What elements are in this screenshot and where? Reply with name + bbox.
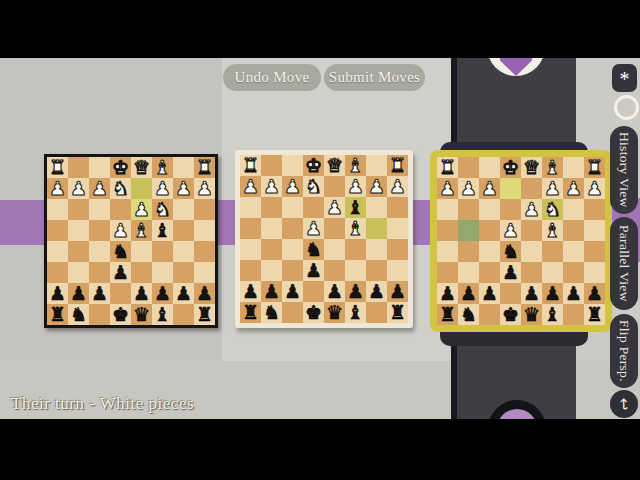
chess-piece-black: ♝ xyxy=(154,220,171,241)
chess-piece-white: ♟ xyxy=(347,176,364,197)
board-square[interactable] xyxy=(240,218,261,239)
board-square[interactable] xyxy=(324,176,345,197)
chess-piece-white: ♜ xyxy=(389,155,406,176)
board-square[interactable] xyxy=(261,155,282,176)
board-square[interactable] xyxy=(563,157,584,178)
board-square[interactable]: ♝ xyxy=(345,155,366,176)
board-square[interactable]: ♛ xyxy=(131,304,152,325)
chess-piece-white: ♟ xyxy=(544,178,561,199)
chess-piece-black: ♞ xyxy=(112,241,129,262)
parallel-view-button[interactable]: Parallel View xyxy=(610,217,638,310)
board-square[interactable]: ♝ xyxy=(131,220,152,241)
chess-piece-black: ♟ xyxy=(305,260,322,281)
board-square[interactable] xyxy=(47,262,68,283)
board-square[interactable] xyxy=(584,262,605,283)
board-square[interactable]: ♜ xyxy=(584,304,605,325)
chess-piece-white: ♝ xyxy=(347,155,364,176)
board-square[interactable] xyxy=(131,241,152,262)
chess-piece-black: ♟ xyxy=(389,281,406,302)
board-square[interactable] xyxy=(282,197,303,218)
board-square[interactable]: ♟ xyxy=(387,281,408,302)
board-square[interactable] xyxy=(479,262,500,283)
chess-piece-black: ♟ xyxy=(70,283,87,304)
board-square[interactable]: ♟ xyxy=(261,281,282,302)
chess-piece-white: ♞ xyxy=(544,199,561,220)
chess-piece-white: ♟ xyxy=(112,220,129,241)
board-square[interactable] xyxy=(173,157,194,178)
board-square[interactable] xyxy=(563,304,584,325)
chess-piece-black: ♟ xyxy=(112,262,129,283)
chess-piece-black: ♞ xyxy=(305,239,322,260)
board-square[interactable] xyxy=(584,241,605,262)
board-square[interactable]: ♛ xyxy=(131,157,152,178)
board-square[interactable]: ♞ xyxy=(458,304,479,325)
board-square[interactable]: ♝ xyxy=(542,304,563,325)
board-square[interactable]: ♞ xyxy=(542,199,563,220)
chess-piece-black: ♟ xyxy=(439,283,456,304)
board-square[interactable] xyxy=(500,283,521,304)
chess-piece-white: ♜ xyxy=(242,155,259,176)
board-square[interactable]: ♟ xyxy=(542,283,563,304)
chess-piece-white: ♟ xyxy=(305,218,322,239)
board-square[interactable]: ♟ xyxy=(282,176,303,197)
board-square[interactable]: ♟ xyxy=(458,178,479,199)
chess-piece-black: ♟ xyxy=(544,283,561,304)
board-square[interactable] xyxy=(387,239,408,260)
board-square[interactable] xyxy=(240,260,261,281)
board-square[interactable] xyxy=(479,304,500,325)
board-square[interactable]: ♚ xyxy=(500,157,521,178)
board-square[interactable]: ♛ xyxy=(324,155,345,176)
board-square[interactable]: ♟ xyxy=(563,283,584,304)
chess-piece-white: ♟ xyxy=(523,199,540,220)
chess-piece-white: ♟ xyxy=(326,197,343,218)
board-square[interactable] xyxy=(479,241,500,262)
board-square[interactable] xyxy=(194,220,215,241)
board-square[interactable] xyxy=(458,220,479,241)
chess-piece-black: ♛ xyxy=(523,304,540,325)
board-square[interactable] xyxy=(261,239,282,260)
board-square[interactable] xyxy=(131,262,152,283)
board-square[interactable]: ♞ xyxy=(500,241,521,262)
chess-piece-white: ♜ xyxy=(439,157,456,178)
board-square[interactable] xyxy=(521,220,542,241)
board-square[interactable]: ♟ xyxy=(479,178,500,199)
board-square[interactable]: ♟ xyxy=(303,260,324,281)
board-square[interactable] xyxy=(194,262,215,283)
chess-piece-black: ♞ xyxy=(502,241,519,262)
board-square[interactable] xyxy=(282,155,303,176)
chess-piece-white: ♝ xyxy=(133,220,150,241)
board-square[interactable]: ♟ xyxy=(282,281,303,302)
board-square[interactable] xyxy=(89,157,110,178)
board-square[interactable] xyxy=(261,218,282,239)
board-square[interactable]: ♟ xyxy=(366,176,387,197)
chess-piece-white: ♟ xyxy=(502,220,519,241)
chess-piece-black: ♟ xyxy=(460,283,477,304)
chess-piece-white: ♛ xyxy=(133,157,150,178)
board-square[interactable]: ♟ xyxy=(131,283,152,304)
turn-status-text: Their turn - White pieces xyxy=(11,394,194,414)
chess-piece-black: ♚ xyxy=(502,304,519,325)
chess-piece-black: ♜ xyxy=(439,304,456,325)
board-square[interactable] xyxy=(324,260,345,281)
board-square[interactable]: ♟ xyxy=(387,176,408,197)
board-square[interactable] xyxy=(366,197,387,218)
board-square[interactable] xyxy=(173,262,194,283)
board-square[interactable] xyxy=(110,199,131,220)
undo-move-button[interactable]: Undo Move xyxy=(223,64,321,91)
board-square[interactable] xyxy=(458,199,479,220)
board-square[interactable]: ♜ xyxy=(47,304,68,325)
board-square[interactable] xyxy=(366,260,387,281)
board-square[interactable]: ♟ xyxy=(240,281,261,302)
chess-piece-white: ♚ xyxy=(305,155,322,176)
board-square[interactable]: ♟ xyxy=(366,281,387,302)
board-square[interactable]: ♟ xyxy=(152,178,173,199)
board-square[interactable]: ♟ xyxy=(521,283,542,304)
board-square[interactable]: ♟ xyxy=(152,283,173,304)
board-square[interactable]: ♟ xyxy=(261,176,282,197)
chess-piece-white: ♞ xyxy=(305,176,322,197)
chess-piece-white: ♟ xyxy=(284,176,301,197)
chess-piece-white: ♚ xyxy=(112,157,129,178)
board-square[interactable] xyxy=(345,260,366,281)
board-square[interactable] xyxy=(194,241,215,262)
board-square[interactable]: ♟ xyxy=(173,283,194,304)
chess-piece-black: ♟ xyxy=(133,283,150,304)
board-square[interactable]: ♝ xyxy=(345,302,366,323)
chess-piece-black: ♟ xyxy=(565,283,582,304)
board-square[interactable]: ♟ xyxy=(240,176,261,197)
history-view-button[interactable]: History View xyxy=(610,126,638,214)
board-square[interactable]: ♟ xyxy=(110,262,131,283)
board-square[interactable] xyxy=(68,241,89,262)
board-square[interactable]: ♚ xyxy=(303,155,324,176)
board-square[interactable]: ♟ xyxy=(500,262,521,283)
chess-piece-white: ♟ xyxy=(368,176,385,197)
board-square[interactable] xyxy=(131,178,152,199)
board-square[interactable]: ♝ xyxy=(152,157,173,178)
board-square[interactable] xyxy=(479,220,500,241)
chess-board-left[interactable]: ♜♚♛♝♜♟♟♟♞♟♟♟♟♞♟♝♝♞♟♟♟♟♟♟♟♟♜♞♚♛♝♜ xyxy=(44,154,218,328)
chess-piece-white: ♛ xyxy=(523,157,540,178)
board-square[interactable]: ♚ xyxy=(303,302,324,323)
chess-piece-black: ♝ xyxy=(347,197,364,218)
board-square[interactable] xyxy=(89,220,110,241)
chess-piece-black: ♟ xyxy=(523,283,540,304)
board-square[interactable]: ♜ xyxy=(194,157,215,178)
chess-piece-black: ♟ xyxy=(242,281,259,302)
board-square[interactable] xyxy=(479,157,500,178)
board-square[interactable] xyxy=(240,197,261,218)
board-square[interactable] xyxy=(282,260,303,281)
board-square[interactable] xyxy=(521,178,542,199)
board-square[interactable] xyxy=(240,239,261,260)
board-square[interactable]: ♜ xyxy=(387,155,408,176)
chess-piece-white: ♟ xyxy=(586,178,603,199)
chess-piece-black: ♜ xyxy=(586,304,603,325)
board-square[interactable] xyxy=(261,260,282,281)
board-square[interactable]: ♞ xyxy=(152,199,173,220)
board-square[interactable]: ♞ xyxy=(110,178,131,199)
chess-board-middle[interactable]: ♜♚♛♝♜♟♟♟♞♟♟♟♟♝♟♝♞♟♟♟♟♟♟♟♟♜♞♚♛♝♜ xyxy=(235,150,413,328)
board-square[interactable]: ♝ xyxy=(542,220,563,241)
board-square[interactable]: ♜ xyxy=(240,302,261,323)
board-square[interactable]: ♜ xyxy=(584,157,605,178)
board-square[interactable]: ♝ xyxy=(542,157,563,178)
board-square[interactable] xyxy=(500,199,521,220)
board-square[interactable] xyxy=(366,239,387,260)
board-square[interactable]: ♜ xyxy=(437,304,458,325)
board-square[interactable]: ♟ xyxy=(194,283,215,304)
board-square[interactable] xyxy=(303,197,324,218)
letterbox-bar-bottom xyxy=(0,419,640,480)
chess-piece-black: ♟ xyxy=(586,283,603,304)
board-square[interactable]: ♟ xyxy=(521,199,542,220)
board-square[interactable] xyxy=(437,220,458,241)
board-square[interactable]: ♟ xyxy=(68,178,89,199)
asterisk-button[interactable]: * xyxy=(612,64,637,92)
board-square[interactable]: ♛ xyxy=(521,304,542,325)
board-square[interactable]: ♟ xyxy=(324,281,345,302)
board-square[interactable] xyxy=(387,218,408,239)
board-square[interactable]: ♞ xyxy=(261,302,282,323)
chess-piece-white: ♜ xyxy=(196,157,213,178)
chess-piece-black: ♝ xyxy=(154,304,171,325)
chess-piece-black: ♜ xyxy=(389,302,406,323)
chess-piece-white: ♜ xyxy=(586,157,603,178)
chess-piece-white: ♞ xyxy=(154,199,171,220)
board-square[interactable] xyxy=(89,241,110,262)
chess-piece-black: ♟ xyxy=(326,281,343,302)
board-square[interactable] xyxy=(542,262,563,283)
board-square[interactable]: ♟ xyxy=(131,199,152,220)
board-square[interactable]: ♝ xyxy=(152,304,173,325)
board-square[interactable] xyxy=(68,262,89,283)
chess-piece-white: ♟ xyxy=(389,176,406,197)
chess-piece-black: ♟ xyxy=(284,281,301,302)
return-arrow-button[interactable]: ↩ xyxy=(610,390,638,418)
board-square[interactable] xyxy=(47,241,68,262)
board-square[interactable] xyxy=(437,241,458,262)
chess-piece-white: ♟ xyxy=(196,178,213,199)
chess-piece-black: ♛ xyxy=(326,302,343,323)
board-square[interactable] xyxy=(584,199,605,220)
board-square[interactable]: ♟ xyxy=(173,178,194,199)
board-square[interactable]: ♛ xyxy=(521,157,542,178)
board-square[interactable] xyxy=(47,199,68,220)
board-square[interactable]: ♜ xyxy=(47,157,68,178)
board-square[interactable] xyxy=(303,281,324,302)
submit-moves-button[interactable]: Submit Moves xyxy=(324,64,425,91)
return-arrow-icon: ↩ xyxy=(615,398,633,411)
chess-piece-white: ♟ xyxy=(91,178,108,199)
board-square[interactable]: ♟ xyxy=(584,178,605,199)
board-square[interactable]: ♞ xyxy=(303,239,324,260)
board-square[interactable] xyxy=(345,239,366,260)
board-square[interactable] xyxy=(282,218,303,239)
chess-piece-white: ♟ xyxy=(175,178,192,199)
board-square[interactable] xyxy=(173,241,194,262)
board-square[interactable]: ♜ xyxy=(240,155,261,176)
board-square[interactable] xyxy=(89,304,110,325)
chess-piece-black: ♟ xyxy=(263,281,280,302)
chess-piece-black: ♟ xyxy=(49,283,66,304)
board-square[interactable] xyxy=(479,199,500,220)
board-square[interactable] xyxy=(563,262,584,283)
board-square[interactable] xyxy=(89,262,110,283)
board-square[interactable]: ♟ xyxy=(324,197,345,218)
board-square[interactable]: ♟ xyxy=(584,283,605,304)
board-square[interactable]: ♟ xyxy=(542,178,563,199)
board-square[interactable] xyxy=(437,199,458,220)
chess-board-right-selected[interactable]: ♜♚♛♝♜♟♟♟♟♟♟♟♞♟♝♞♟♟♟♟♟♟♟♟♜♞♚♛♝♜ xyxy=(430,150,612,332)
board-square[interactable]: ♟ xyxy=(345,281,366,302)
chess-piece-white: ♟ xyxy=(263,176,280,197)
board-square[interactable] xyxy=(68,157,89,178)
board-square[interactable] xyxy=(563,220,584,241)
board-square[interactable]: ♟ xyxy=(47,178,68,199)
board-square[interactable] xyxy=(173,199,194,220)
chess-piece-white: ♝ xyxy=(544,220,561,241)
chess-piece-black: ♛ xyxy=(133,304,150,325)
board-square[interactable]: ♚ xyxy=(110,304,131,325)
board-square[interactable]: ♚ xyxy=(500,304,521,325)
chess-piece-white: ♝ xyxy=(544,157,561,178)
board-square[interactable]: ♚ xyxy=(110,157,131,178)
board-square[interactable] xyxy=(47,220,68,241)
board-square[interactable]: ♟ xyxy=(89,283,110,304)
chess-piece-black: ♟ xyxy=(154,283,171,304)
chess-piece-black: ♟ xyxy=(502,262,519,283)
board-square[interactable]: ♟ xyxy=(500,220,521,241)
board-square[interactable]: ♞ xyxy=(110,241,131,262)
board-square[interactable] xyxy=(152,241,173,262)
board-square[interactable]: ♞ xyxy=(303,176,324,197)
chess-piece-white: ♟ xyxy=(70,178,87,199)
chess-piece-white: ♛ xyxy=(326,155,343,176)
board-square[interactable] xyxy=(521,262,542,283)
board-square[interactable] xyxy=(366,155,387,176)
chess-piece-white: ♚ xyxy=(502,157,519,178)
chess-piece-black: ♟ xyxy=(91,283,108,304)
chess-piece-black: ♜ xyxy=(242,302,259,323)
chess-piece-black: ♟ xyxy=(347,281,364,302)
board-square[interactable]: ♟ xyxy=(47,283,68,304)
board-square[interactable]: ♟ xyxy=(437,178,458,199)
board-square[interactable]: ♟ xyxy=(110,220,131,241)
board-square[interactable] xyxy=(194,199,215,220)
chess-piece-black: ♟ xyxy=(481,283,498,304)
chess-piece-white: ♝ xyxy=(347,218,364,239)
chess-piece-white: ♜ xyxy=(49,157,66,178)
letterbox-bar-top xyxy=(0,0,640,58)
board-square[interactable]: ♟ xyxy=(563,178,584,199)
board-square[interactable] xyxy=(542,241,563,262)
chess-piece-white: ♟ xyxy=(481,178,498,199)
board-square[interactable] xyxy=(173,304,194,325)
board-square[interactable] xyxy=(152,262,173,283)
board-square[interactable] xyxy=(521,241,542,262)
chess-piece-black: ♞ xyxy=(263,302,280,323)
board-square[interactable] xyxy=(282,302,303,323)
board-square[interactable]: ♛ xyxy=(324,302,345,323)
chess-piece-white: ♞ xyxy=(112,178,129,199)
board-square[interactable]: ♜ xyxy=(194,304,215,325)
board-square[interactable]: ♟ xyxy=(89,178,110,199)
board-square[interactable]: ♟ xyxy=(437,283,458,304)
board-square[interactable]: ♟ xyxy=(194,178,215,199)
game-window: ♜♚♛♝♜♟♟♟♞♟♟♟♟♞♟♝♝♞♟♟♟♟♟♟♟♟♜♞♚♛♝♜ ♜♚♛♝♜♟♟… xyxy=(0,0,640,480)
chess-piece-white: ♟ xyxy=(242,176,259,197)
chess-piece-black: ♝ xyxy=(347,302,364,323)
chess-piece-white: ♟ xyxy=(49,178,66,199)
board-square[interactable]: ♟ xyxy=(303,218,324,239)
board-square[interactable]: ♞ xyxy=(68,304,89,325)
board-square[interactable] xyxy=(173,220,194,241)
board-square[interactable] xyxy=(458,241,479,262)
chess-piece-black: ♚ xyxy=(112,304,129,325)
chess-piece-black: ♞ xyxy=(70,304,87,325)
chess-piece-white: ♝ xyxy=(154,157,171,178)
board-square[interactable] xyxy=(584,220,605,241)
board-square[interactable]: ♝ xyxy=(345,218,366,239)
chess-piece-black: ♟ xyxy=(175,283,192,304)
chess-piece-black: ♜ xyxy=(196,304,213,325)
board-square[interactable]: ♟ xyxy=(458,283,479,304)
board-square[interactable]: ♜ xyxy=(387,302,408,323)
board-square[interactable] xyxy=(387,260,408,281)
chess-piece-white: ♟ xyxy=(133,199,150,220)
board-square[interactable] xyxy=(261,197,282,218)
chess-piece-white: ♟ xyxy=(154,178,171,199)
board-square[interactable] xyxy=(89,199,110,220)
board-square[interactable]: ♝ xyxy=(345,197,366,218)
board-square[interactable]: ♟ xyxy=(68,283,89,304)
board-square[interactable] xyxy=(68,220,89,241)
flip-perspective-button[interactable]: Flip Persp. xyxy=(610,314,638,388)
board-square[interactable] xyxy=(458,157,479,178)
board-square[interactable] xyxy=(563,199,584,220)
board-square[interactable]: ♟ xyxy=(479,283,500,304)
board-square[interactable] xyxy=(324,239,345,260)
board-square[interactable] xyxy=(366,218,387,239)
chess-piece-black: ♞ xyxy=(460,304,477,325)
chess-piece-black: ♜ xyxy=(49,304,66,325)
chess-piece-black: ♚ xyxy=(305,302,322,323)
board-square[interactable]: ♝ xyxy=(152,220,173,241)
board-square[interactable] xyxy=(500,178,521,199)
board-square[interactable] xyxy=(387,197,408,218)
chess-piece-white: ♟ xyxy=(565,178,582,199)
board-square[interactable] xyxy=(437,262,458,283)
chess-piece-black: ♟ xyxy=(368,281,385,302)
board-square[interactable] xyxy=(110,283,131,304)
chess-piece-white: ♟ xyxy=(439,178,456,199)
chess-piece-black: ♝ xyxy=(544,304,561,325)
board-square[interactable] xyxy=(324,218,345,239)
board-square[interactable] xyxy=(458,262,479,283)
board-square[interactable]: ♟ xyxy=(345,176,366,197)
board-square[interactable] xyxy=(282,239,303,260)
board-square[interactable]: ♜ xyxy=(437,157,458,178)
radio-circle-indicator[interactable] xyxy=(614,95,639,120)
board-square[interactable] xyxy=(366,302,387,323)
chess-piece-black: ♟ xyxy=(196,283,213,304)
board-square[interactable] xyxy=(563,241,584,262)
board-square[interactable] xyxy=(68,199,89,220)
